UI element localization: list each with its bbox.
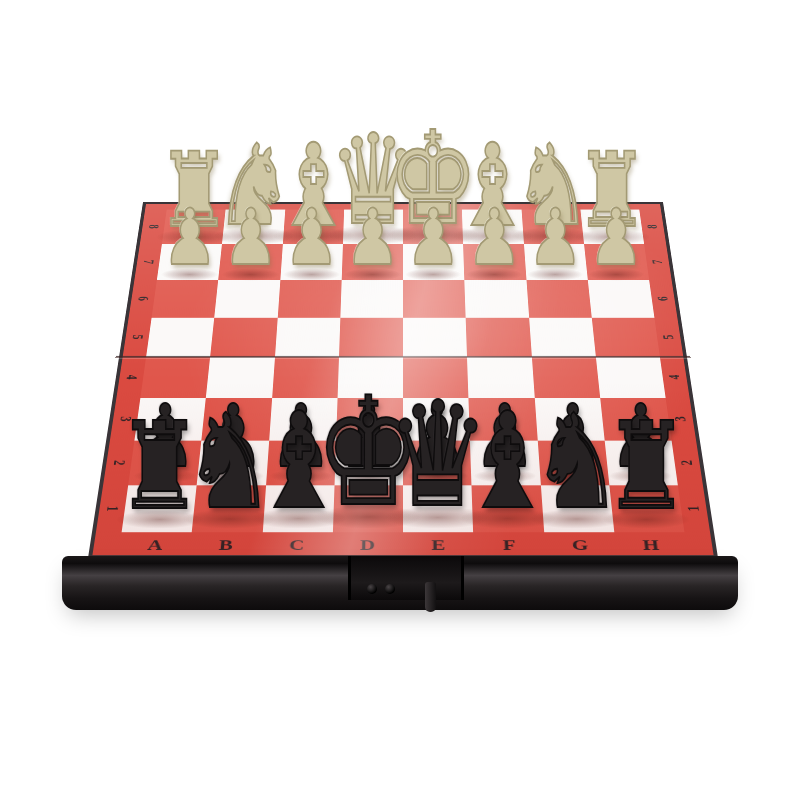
latch-pin-icon [367,584,377,594]
square-b6[interactable] [214,280,279,318]
white-pawn-b7[interactable]: ♟ [223,214,278,276]
white-pawn-icon: ♟ [589,200,644,278]
latch-recess [348,556,464,600]
board-fold-seam [115,356,690,358]
rank-label-right-5: 5 [655,318,682,357]
square-e6[interactable] [403,280,466,318]
white-pawn-icon: ♟ [467,200,522,278]
square-h5[interactable] [592,318,660,357]
file-label-a: A [118,536,191,556]
white-pawn-icon: ♟ [345,200,400,278]
file-label-d: D [332,536,403,556]
square-g6[interactable] [526,280,591,318]
square-c6[interactable] [277,280,341,318]
black-rook-icon: ♜ [603,407,689,527]
white-pawn-f7[interactable]: ♟ [467,214,522,276]
white-pawn-icon: ♟ [223,200,278,278]
square-e5[interactable] [403,318,467,357]
latch-hook-icon [425,582,436,612]
square-g5[interactable] [529,318,596,357]
square-h6[interactable] [588,280,655,318]
square-b5[interactable] [210,318,277,357]
square-a5[interactable] [146,318,214,357]
square-f5[interactable] [466,318,532,357]
white-pawn-icon: ♟ [406,200,461,278]
square-a6[interactable] [152,280,219,318]
white-pawn-icon: ♟ [162,200,217,278]
white-pawn-g7[interactable]: ♟ [528,214,583,276]
rank-label-right-6: 6 [650,280,676,318]
square-c5[interactable] [275,318,341,357]
white-pawn-d7[interactable]: ♟ [345,214,400,276]
white-pawn-icon: ♟ [528,200,583,278]
file-labels: ABCDEFGH [118,536,688,556]
pieces-layer: ♜♞♝♛♚♝♞♜♟♟♟♟♟♟♟♟♟♟♟♟♟♟♟♟♜♞♝♚♛♝♞♜ [0,0,800,800]
file-label-f: F [473,536,545,556]
white-pawn-h7[interactable]: ♟ [589,214,644,276]
rank-label-right-7: 7 [645,244,671,280]
file-label-e: E [403,536,474,556]
case-front-edge [62,556,738,610]
square-f6[interactable] [465,280,529,318]
square-d5[interactable] [339,318,403,357]
square-d6[interactable] [340,280,403,318]
file-label-b: B [189,536,262,556]
white-pawn-c7[interactable]: ♟ [284,214,339,276]
latch-pin-icon [385,584,395,594]
white-pawn-icon: ♟ [284,200,339,278]
white-pawn-a7[interactable]: ♟ [162,214,217,276]
white-pawn-e7[interactable]: ♟ [406,214,461,276]
product-photo-scene: 87654321 87654321 ABCDEFGH ♜♞♝♛♚♝♞♜♟♟♟♟♟… [0,0,800,800]
file-label-g: G [544,536,617,556]
black-rook-h1[interactable]: ♜ [603,429,689,525]
file-label-h: H [614,536,687,556]
file-label-c: C [261,536,333,556]
